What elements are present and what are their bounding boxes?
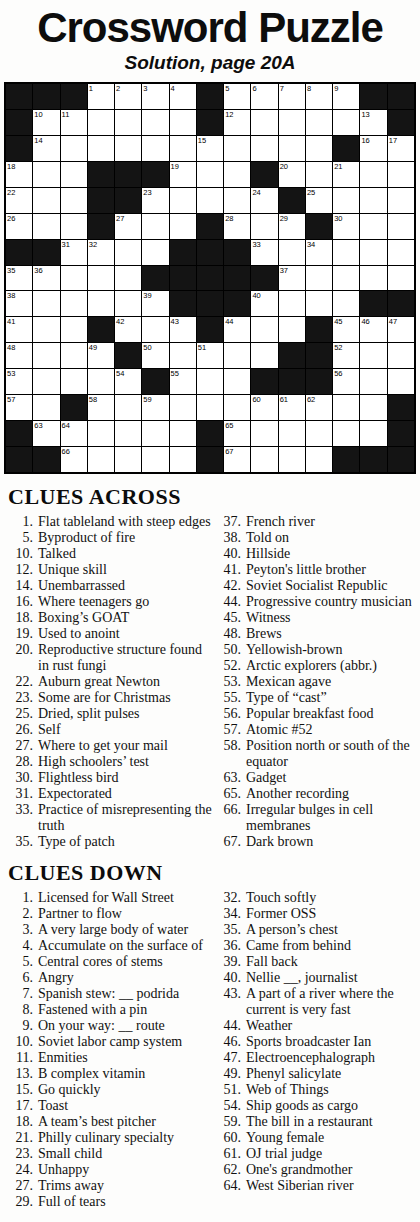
grid-cell[interactable] [61,136,87,161]
clue-number: 66. [216,802,241,834]
grid-cell[interactable]: 63 [33,421,59,446]
grid-cell[interactable]: 12 [224,110,250,135]
grid-cell[interactable]: 43 [170,317,196,342]
grid-cell[interactable]: 17 [388,136,414,161]
grid-cell[interactable] [61,162,87,187]
grid-cell[interactable]: 32 [88,240,114,265]
clue-text: Toast [38,1098,212,1114]
grid-cell[interactable]: 60 [251,395,277,420]
clue-item-across-44: 44.Progressive country musician [216,594,420,610]
grid-cell[interactable] [170,188,196,213]
grid-cell[interactable] [306,421,332,446]
grid-cell[interactable] [115,240,141,265]
clue-item-across-10: 10.Talked [8,546,212,562]
grid-cell[interactable] [88,136,114,161]
grid-cell-black [6,84,32,109]
solution-note: Solution, page 20A [0,52,420,73]
grid-cell[interactable] [115,266,141,291]
grid-cell[interactable] [360,266,386,291]
grid-cell[interactable] [33,317,59,342]
grid-cell[interactable] [224,188,250,213]
clue-number: 57. [216,722,241,738]
cell-number: 16 [361,136,369,145]
clue-number: 49. [216,1066,241,1082]
grid-cell[interactable] [88,369,114,394]
clue-text: Former OSS [246,906,420,922]
clue-number: 58. [216,738,241,770]
grid-cell[interactable] [251,136,277,161]
cell-number: 10 [34,110,42,119]
grid-cell[interactable] [33,214,59,239]
grid-cell[interactable] [251,343,277,368]
clue-number: 65. [216,786,241,802]
clue-number: 14. [8,578,33,594]
grid-cell[interactable]: 49 [88,343,114,368]
grid-cell[interactable]: 35 [6,266,32,291]
grid-cell[interactable]: 56 [333,369,359,394]
grid-cell[interactable]: 41 [6,317,32,342]
grid-cell[interactable]: 46 [360,317,386,342]
grid-cell[interactable]: 40 [251,291,277,316]
cell-number: 44 [225,317,233,326]
cell-number: 51 [198,343,206,352]
grid-cell[interactable]: 61 [279,395,305,420]
grid-cell[interactable] [197,188,223,213]
grid-cell[interactable] [360,395,386,420]
clue-item-across-14: 14.Unembarrassed [8,578,212,594]
grid-cell[interactable] [170,421,196,446]
clue-text: Where teenagers go [38,594,212,610]
clue-number: 23. [8,1146,33,1162]
grid-cell[interactable]: 6 [251,84,277,109]
cell-number: 42 [116,317,124,326]
grid-cell[interactable]: 51 [197,343,223,368]
grid-cell-black [88,162,114,187]
grid-cell-black [251,162,277,187]
clue-text: Auburn great Newton [38,674,212,690]
clue-item-down-27: 27.Trims away [8,1178,212,1194]
clue-item-across-20: 20.Reproductive structure found in rust … [8,642,212,674]
grid-cell-black [170,291,196,316]
clue-number: 28. [8,754,33,770]
grid-cell[interactable] [279,317,305,342]
grid-cell[interactable]: 28 [224,214,250,239]
grid-cell[interactable] [170,343,196,368]
grid-cell[interactable] [170,110,196,135]
grid-cell[interactable]: 9 [333,84,359,109]
clue-item-across-57: 57.Atomic #52 [216,722,420,738]
grid-cell[interactable] [333,110,359,135]
grid-cell[interactable] [251,110,277,135]
cell-number: 24 [252,188,260,197]
grid-cell[interactable] [115,136,141,161]
grid-cell[interactable] [61,188,87,213]
grid-cell[interactable]: 52 [333,343,359,368]
grid-cell[interactable] [88,291,114,316]
grid-cell[interactable] [333,240,359,265]
grid-cell[interactable] [88,110,114,135]
clue-item-across-48: 48.Brews [216,626,420,642]
grid-cell[interactable]: 20 [279,162,305,187]
grid-cell[interactable] [142,447,168,472]
grid-cell[interactable] [33,395,59,420]
clue-text: Peyton's little brother [246,562,420,578]
clue-item-down-62: 62.One's grandmother [216,1162,420,1178]
grid-cell[interactable] [197,395,223,420]
grid-cell[interactable] [306,162,332,187]
grid-cell[interactable] [224,136,250,161]
grid-cell[interactable]: 5 [224,84,250,109]
grid-cell-black [197,291,223,316]
grid-cell[interactable]: 54 [115,369,141,394]
grid-cell[interactable]: 29 [279,214,305,239]
cell-number: 23 [143,188,151,197]
clue-number: 26. [8,722,33,738]
grid-cell[interactable]: 8 [306,84,332,109]
grid-cell[interactable]: 11 [61,110,87,135]
grid-cell[interactable]: 15 [197,136,223,161]
grid-cell[interactable]: 65 [224,421,250,446]
grid-cell[interactable] [115,421,141,446]
clue-number: 23. [8,690,33,706]
clue-item-down-32: 32.Touch softly [216,890,420,906]
clue-text: Nellie __, journalist [246,970,420,986]
grid-cell[interactable]: 30 [333,214,359,239]
grid-cell[interactable]: 19 [170,162,196,187]
grid-cell[interactable]: 62 [306,395,332,420]
grid-cell[interactable] [170,395,196,420]
clue-item-down-13: 13.B complex vitamin [8,1066,212,1082]
grid-cell[interactable] [170,447,196,472]
clue-number: 3. [8,922,33,938]
grid-cell-black [197,214,223,239]
clue-item-down-24: 24.Unhappy [8,1162,212,1178]
clue-text: Unembarrassed [38,578,212,594]
clue-number: 35. [8,834,33,850]
grid-cell[interactable] [360,188,386,213]
grid-cell[interactable] [61,291,87,316]
grid-cell[interactable] [224,395,250,420]
clue-text: Licensed for Wall Street [38,890,212,906]
grid-cell[interactable]: 18 [6,162,32,187]
grid-cell[interactable]: 53 [6,369,32,394]
clue-number: 51. [216,1082,241,1098]
clue-text: One's grandmother [246,1162,420,1178]
grid-cell[interactable] [88,421,114,446]
clue-item-across-1: 1.Flat tableland with steep edges [8,514,212,530]
grid-cell[interactable] [61,343,87,368]
grid-cell[interactable] [388,266,414,291]
grid-cell[interactable]: 3 [142,84,168,109]
grid-cell[interactable] [279,240,305,265]
clue-item-across-35: 35.Type of patch [8,834,212,850]
grid-cell[interactable] [224,162,250,187]
grid-cell[interactable] [61,317,87,342]
grid-cell[interactable] [279,291,305,316]
clue-item-across-31: 31.Expectorated [8,786,212,802]
clue-text: Boxing’s GOAT [38,610,212,626]
grid-cell[interactable] [306,291,332,316]
clue-number: 29. [8,1194,33,1210]
grid-cell[interactable]: 64 [61,421,87,446]
grid-cell[interactable] [33,162,59,187]
grid-cell[interactable]: 39 [142,291,168,316]
grid-cell[interactable] [279,110,305,135]
grid-cell[interactable] [251,317,277,342]
clue-text: Fall back [246,954,420,970]
cell-number: 64 [62,421,70,430]
grid-cell[interactable] [142,240,168,265]
cell-number: 26 [7,214,15,223]
grid-cell[interactable] [170,136,196,161]
clue-text: Arctic explorers (abbr.) [246,658,420,674]
clue-number: 11. [8,1050,33,1066]
grid-cell[interactable]: 55 [170,369,196,394]
clue-item-down-34: 34.Former OSS [216,906,420,922]
grid-cell[interactable] [33,343,59,368]
clue-text: Flat tableland with steep edges [38,514,212,530]
grid-cell-black [115,343,141,368]
grid-cell[interactable]: 44 [224,317,250,342]
cell-number: 21 [334,162,342,171]
grid-cell[interactable]: 37 [279,266,305,291]
clue-text: Spanish stew: __ podrida [38,986,212,1002]
grid-cell[interactable] [142,421,168,446]
grid-cell[interactable] [388,188,414,213]
crossword-grid[interactable]: 1234567891011121314151617181920212223242… [6,84,414,472]
clue-text: A team’s best pitcher [38,1114,212,1130]
grid-cell[interactable] [61,214,87,239]
grid-cell[interactable] [251,214,277,239]
grid-cell[interactable]: 22 [6,188,32,213]
clue-item-down-44: 44.Weather [216,1018,420,1034]
clue-number: 44. [216,594,241,610]
cell-number: 36 [34,266,42,275]
grid-cell[interactable]: 14 [33,136,59,161]
cell-number: 57 [7,395,15,404]
clue-text: Partner to flow [38,906,212,922]
grid-cell[interactable] [115,447,141,472]
grid-cell-black [115,162,141,187]
grid-cell[interactable] [142,136,168,161]
grid-cell[interactable] [333,421,359,446]
clue-number: 5. [8,954,33,970]
grid-cell[interactable]: 4 [170,84,196,109]
grid-cell[interactable]: 42 [115,317,141,342]
clue-item-across-45: 45.Witness [216,610,420,626]
clue-text: A part of a river where the current is v… [246,986,420,1018]
grid-cell[interactable] [360,421,386,446]
clue-text: Used to anoint [38,626,212,642]
clue-number: 53. [216,674,241,690]
grid-cell[interactable]: 31 [61,240,87,265]
crossword-grid-frame: 1234567891011121314151617181920212223242… [4,82,416,474]
clue-item-down-10: 10.Soviet labor camp system [8,1034,212,1050]
grid-cell-black [142,266,168,291]
clue-item-down-47: 47.Electroencephalograph [216,1050,420,1066]
clue-item-down-4: 4.Accumulate on the surface of [8,938,212,954]
grid-cell[interactable]: 48 [6,343,32,368]
grid-cell[interactable]: 34 [306,240,332,265]
clue-item-across-67: 67.Dark brown [216,834,420,850]
grid-cell[interactable]: 26 [6,214,32,239]
grid-cell[interactable] [360,343,386,368]
grid-cell[interactable]: 27 [115,214,141,239]
grid-cell-black [115,188,141,213]
clue-number: 4. [8,938,33,954]
grid-cell[interactable] [33,369,59,394]
grid-cell-black [388,110,414,135]
grid-cell[interactable] [306,266,332,291]
clue-text: Electroencephalograph [246,1050,420,1066]
grid-cell[interactable]: 16 [360,136,386,161]
grid-cell-black [197,421,223,446]
clue-number: 35. [216,922,241,938]
grid-cell[interactable]: 58 [88,395,114,420]
grid-cell[interactable]: 66 [61,447,87,472]
cell-number: 3 [143,84,147,93]
grid-cell[interactable]: 21 [333,162,359,187]
grid-cell[interactable] [224,343,250,368]
clue-item-across-58: 58.Position north or south of the equato… [216,738,420,770]
grid-cell[interactable]: 36 [33,266,59,291]
grid-cell[interactable] [170,214,196,239]
clue-item-down-3: 3.A very large body of water [8,922,212,938]
cell-number: 25 [307,188,315,197]
clue-text: Progressive country musician [246,594,420,610]
grid-cell[interactable] [388,240,414,265]
clue-item-across-22: 22.Auburn great Newton [8,674,212,690]
grid-cell[interactable] [306,136,332,161]
clue-text: Reproductive structure found in rust fun… [38,642,212,674]
grid-cell[interactable]: 13 [360,110,386,135]
grid-cell[interactable] [360,214,386,239]
clue-number: 63. [216,770,241,786]
grid-cell[interactable] [388,214,414,239]
grid-cell[interactable] [360,240,386,265]
grid-cell[interactable] [388,343,414,368]
grid-cell[interactable] [360,162,386,187]
grid-cell-black [251,369,277,394]
grid-cell-black [197,84,223,109]
clue-text: Touch softly [246,890,420,906]
grid-cell[interactable] [224,369,250,394]
grid-cell-black [197,110,223,135]
grid-cell[interactable] [88,266,114,291]
grid-cell[interactable] [279,421,305,446]
grid-cell[interactable] [360,369,386,394]
clue-text: Accumulate on the surface of [38,938,212,954]
clue-item-down-43: 43.A part of a river where the current i… [216,986,420,1018]
grid-cell[interactable]: 59 [142,395,168,420]
grid-cell[interactable] [306,447,332,472]
grid-cell-black [306,317,332,342]
grid-cell[interactable] [333,266,359,291]
clue-item-across-28: 28.High schoolers’ test [8,754,212,770]
grid-cell[interactable] [388,369,414,394]
clue-number: 8. [8,1002,33,1018]
grid-cell[interactable]: 57 [6,395,32,420]
clue-text: A person’s chest [246,922,420,938]
grid-cell-black [88,188,114,213]
grid-cell[interactable] [306,110,332,135]
grid-cell-black [33,240,59,265]
grid-cell[interactable]: 1 [88,84,114,109]
clue-text: Self [38,722,212,738]
grid-cell[interactable]: 33 [251,240,277,265]
grid-cell[interactable] [115,110,141,135]
clue-number: 7. [8,986,33,1002]
grid-cell[interactable] [142,110,168,135]
grid-cell[interactable]: 50 [142,343,168,368]
grid-cell[interactable]: 45 [333,317,359,342]
grid-cell[interactable] [388,162,414,187]
grid-cell[interactable] [61,369,87,394]
grid-cell[interactable] [197,369,223,394]
cell-number: 33 [252,240,260,249]
clue-item-down-15: 15.Go quickly [8,1082,212,1098]
clue-item-down-8: 8.Fastened with a pin [8,1002,212,1018]
grid-cell[interactable] [115,291,141,316]
clue-number: 32. [216,890,241,906]
puzzle-title: Crossword Puzzle [0,6,420,50]
grid-cell[interactable] [251,421,277,446]
clue-text: Soviet labor camp system [38,1034,212,1050]
clue-text: Young female [246,1130,420,1146]
grid-cell[interactable] [88,447,114,472]
grid-cell-black [142,369,168,394]
clue-number: 15. [8,1082,33,1098]
cell-number: 8 [307,84,311,93]
grid-cell[interactable] [61,266,87,291]
grid-cell[interactable]: 38 [6,291,32,316]
grid-cell[interactable] [197,162,223,187]
grid-cell[interactable] [333,291,359,316]
grid-cell[interactable]: 2 [115,84,141,109]
clue-item-down-64: 64.West Siberian river [216,1178,420,1194]
clue-number: 42. [216,578,241,594]
grid-cell[interactable]: 7 [279,84,305,109]
grid-cell[interactable] [251,447,277,472]
cell-number: 31 [62,240,70,249]
clue-item-across-18: 18.Boxing’s GOAT [8,610,212,626]
grid-cell[interactable]: 25 [306,188,332,213]
grid-cell[interactable] [279,447,305,472]
cell-number: 38 [7,291,15,300]
grid-cell-black [333,447,359,472]
grid-cell[interactable]: 10 [33,110,59,135]
grid-cell[interactable] [142,317,168,342]
grid-cell[interactable]: 23 [142,188,168,213]
clue-text: Sports broadcaster Ian [246,1034,420,1050]
clue-item-across-16: 16.Where teenagers go [8,594,212,610]
grid-cell[interactable] [333,188,359,213]
grid-cell[interactable] [33,291,59,316]
grid-cell[interactable]: 47 [388,317,414,342]
grid-cell-black [306,343,332,368]
clue-number: 67. [216,834,241,850]
grid-cell[interactable] [142,214,168,239]
grid-cell[interactable] [279,136,305,161]
grid-cell[interactable] [33,188,59,213]
cell-number: 55 [171,369,179,378]
grid-cell-black [333,136,359,161]
grid-cell[interactable]: 24 [251,188,277,213]
clue-text: Witness [246,610,420,626]
grid-cell[interactable] [333,395,359,420]
grid-cell[interactable]: 67 [224,447,250,472]
grid-cell[interactable] [115,395,141,420]
